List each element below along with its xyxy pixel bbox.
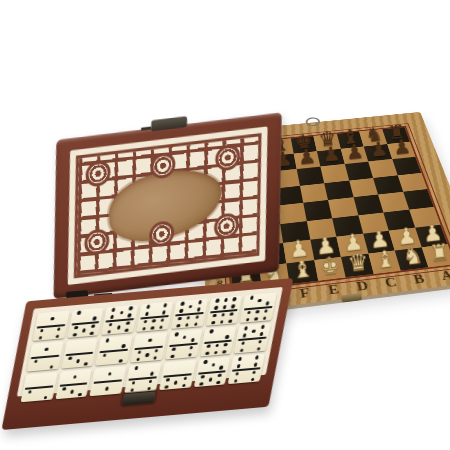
pip	[49, 365, 53, 369]
pip	[254, 362, 258, 366]
box-clasp-icon	[122, 391, 156, 405]
pip	[150, 326, 154, 330]
pip	[220, 320, 224, 324]
square-c5	[353, 194, 383, 215]
file-label-c: C	[374, 273, 407, 293]
piece-dark-pawn: ♟	[345, 142, 365, 164]
pip	[159, 325, 163, 329]
lid-lining	[68, 126, 268, 285]
rosette-carving	[214, 212, 239, 240]
carved-lattice-panel	[74, 133, 262, 278]
pip	[171, 354, 175, 358]
domino-half	[240, 307, 274, 323]
domino-half	[96, 350, 130, 366]
pip	[136, 357, 140, 361]
domino-1-5	[130, 332, 167, 362]
pip	[257, 347, 261, 351]
pip	[176, 324, 180, 328]
pip	[246, 317, 250, 321]
rosette-carving	[84, 228, 109, 256]
pip	[219, 365, 223, 369]
domino-4-6	[136, 302, 173, 332]
domino-box-lid	[54, 113, 282, 299]
pip	[107, 330, 111, 334]
rosette-carving	[215, 143, 240, 171]
pip	[237, 364, 241, 368]
pip	[222, 305, 226, 309]
pip	[38, 336, 42, 340]
square-b5	[378, 192, 409, 212]
pip	[153, 356, 157, 360]
pip	[84, 362, 88, 366]
pip	[110, 315, 114, 319]
domino-half	[205, 310, 239, 326]
pip	[211, 320, 215, 324]
domino-3-6	[240, 293, 277, 323]
pip	[254, 317, 258, 321]
domino-box	[12, 111, 327, 411]
domino-5-4	[234, 323, 271, 353]
lid-clasp-icon	[151, 116, 187, 131]
piece-light-knight: ♞	[402, 244, 425, 269]
square-d4	[324, 180, 353, 200]
domino-half	[234, 338, 268, 354]
hanging-ring-icon	[305, 117, 321, 127]
pip	[222, 350, 226, 354]
pip	[260, 332, 264, 336]
domino-half	[171, 313, 205, 329]
domino-6-6	[205, 296, 242, 326]
pip	[185, 323, 189, 327]
domino-box-base	[1, 278, 293, 430]
piece-light-king: ♚	[319, 254, 342, 280]
pip	[162, 310, 166, 314]
domino-half	[199, 341, 233, 357]
pip	[145, 312, 149, 316]
piece-dark-pawn: ♟	[321, 144, 341, 166]
domino-half	[165, 344, 199, 360]
rosette-carving	[86, 159, 111, 187]
file-label-d: D	[346, 276, 379, 296]
domino-half	[32, 325, 66, 341]
pip	[150, 372, 154, 376]
square-a5	[403, 189, 434, 209]
domino-half	[136, 316, 170, 332]
pip	[121, 344, 125, 348]
pip	[205, 351, 209, 355]
domino-5-5	[102, 305, 139, 335]
pip	[240, 348, 244, 352]
domino-half	[61, 353, 95, 369]
domino-half	[27, 356, 61, 372]
domino-1-4	[32, 311, 69, 341]
domino-5-6	[171, 299, 208, 329]
domino-half	[130, 347, 164, 363]
pip	[127, 313, 131, 317]
pip	[55, 334, 59, 338]
pip	[118, 359, 122, 363]
pip	[263, 316, 267, 320]
board-latch-icon	[341, 293, 363, 303]
domino-3-4	[165, 329, 202, 359]
pip	[231, 304, 235, 308]
pip	[266, 301, 270, 305]
domino-1-2	[27, 341, 64, 371]
domino-2-5	[67, 308, 104, 338]
piece-light-rook: ♜	[429, 241, 450, 266]
domino-0-3	[61, 338, 98, 368]
pip	[196, 307, 200, 311]
pip	[190, 338, 194, 342]
piece-dark-pawn: ♟	[369, 139, 389, 161]
domino-half	[67, 322, 101, 338]
pip	[124, 328, 128, 332]
pip	[194, 322, 198, 326]
pip	[214, 306, 218, 310]
piece-light-bishop: ♝	[374, 247, 397, 272]
piece-light-queen: ♛	[347, 251, 370, 276]
pip	[225, 335, 229, 339]
pip	[243, 333, 247, 337]
domino-2-2	[96, 335, 133, 365]
pip	[188, 353, 192, 357]
pip	[73, 333, 77, 337]
domino-half	[102, 319, 136, 335]
pip	[93, 316, 97, 320]
piece-dark-pawn: ♟	[393, 137, 412, 158]
pip	[214, 350, 218, 354]
product-photo-scene: 12345678 HGFEDCBA ♜♞♝♚♛♝♞♜♟♟♟♟♟♟♟♟♟♟♟♟♟♟…	[0, 0, 450, 450]
pip	[228, 319, 232, 323]
square-b8: ♞	[395, 247, 428, 271]
pip	[90, 331, 94, 335]
domino-2-6	[199, 326, 236, 356]
pip	[142, 327, 146, 331]
pip	[179, 309, 183, 313]
